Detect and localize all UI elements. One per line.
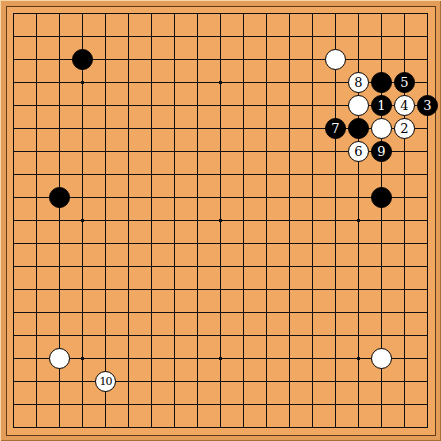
star-point [81,219,84,222]
stone-white-move-8: 8 [348,72,369,93]
stone-white [49,348,70,369]
star-point [357,219,360,222]
stone-black-move-5: 5 [394,72,415,93]
grid-line-horizontal [13,312,428,313]
star-point [81,357,84,360]
grid-line-vertical [243,13,244,428]
stone-black [348,118,369,139]
grid-line-horizontal [13,404,428,405]
stone-black-move-7: 7 [325,118,346,139]
stone-black-move-9: 9 [371,141,392,162]
star-point [357,357,360,360]
grid-line-horizontal [13,266,428,267]
grid-line-horizontal [13,427,428,428]
grid-line-horizontal [13,243,428,244]
grid-line-horizontal [13,335,428,336]
stone-white [371,348,392,369]
stone-black [371,187,392,208]
star-point [219,357,222,360]
stone-white-move-10: 10 [95,371,116,392]
star-point [219,81,222,84]
stone-white [348,95,369,116]
stone-black [72,49,93,70]
stone-black-move-1: 1 [371,95,392,116]
grid-line-vertical [312,13,313,428]
stone-white [371,118,392,139]
stone-black [49,187,70,208]
grid-line-vertical [289,13,290,428]
go-board[interactable]: 85143726910 [0,0,441,441]
grid-line-vertical [266,13,267,428]
stone-white [325,49,346,70]
grid-line-vertical [427,13,428,428]
stone-white-move-2: 2 [394,118,415,139]
stone-black-move-3: 3 [417,95,438,116]
grid-line-horizontal [13,289,428,290]
stone-black [371,72,392,93]
star-point [81,81,84,84]
grid-line-vertical [335,13,336,428]
stone-white-move-6: 6 [348,141,369,162]
board-grid: 85143726910 [0,0,441,441]
grid-line-horizontal [13,381,428,382]
stone-white-move-4: 4 [394,95,415,116]
star-point [219,219,222,222]
